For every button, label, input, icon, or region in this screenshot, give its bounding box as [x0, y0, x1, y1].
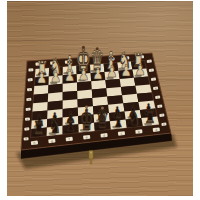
piece-black-knight: ♞ [49, 114, 61, 138]
piece-finial [85, 106, 88, 109]
square-c4 [106, 87, 122, 97]
piece-white-pawn: ♟ [107, 63, 118, 81]
piece-black-rook: ♜ [33, 117, 45, 139]
square-b4 [121, 86, 137, 95]
piece-black-bishop: ♝ [112, 106, 124, 132]
square-d4 [92, 88, 107, 98]
piece-finial [82, 46, 85, 49]
piece-white-pawn: ♟ [50, 67, 61, 85]
piece-white-pawn: ♟ [135, 60, 146, 78]
square-g4 [48, 92, 63, 102]
clasp-pin [90, 152, 92, 154]
square-e4 [77, 90, 92, 100]
chess-board: hhggffeeddccbbaa1122334455667788♜♞♝♚♛♝♞♜… [7, 1, 193, 196]
square-f4 [63, 91, 78, 101]
piece-black-bishop: ♝ [65, 110, 77, 136]
product-photo: hhggffeeddccbbaa1122334455667788♜♞♝♚♛♝♞♜… [7, 1, 193, 196]
piece-white-pawn: ♟ [78, 65, 89, 83]
square-h4 [33, 93, 48, 103]
piece-white-pawn: ♟ [64, 66, 75, 84]
screenshot: { "game": "chess", "position": { "fen": … [0, 0, 200, 200]
piece-white-pawn: ♟ [121, 62, 132, 80]
piece-white-pawn: ♟ [36, 69, 47, 87]
piece-black-rook: ♜ [144, 106, 156, 128]
piece-white-pawn: ♟ [92, 64, 103, 82]
clasp [89, 151, 93, 165]
clasp-hook [90, 159, 92, 165]
square-a4 [135, 85, 151, 94]
piece-finial [96, 47, 99, 50]
piece-finial [101, 106, 104, 109]
piece-black-knight: ♞ [128, 106, 140, 130]
